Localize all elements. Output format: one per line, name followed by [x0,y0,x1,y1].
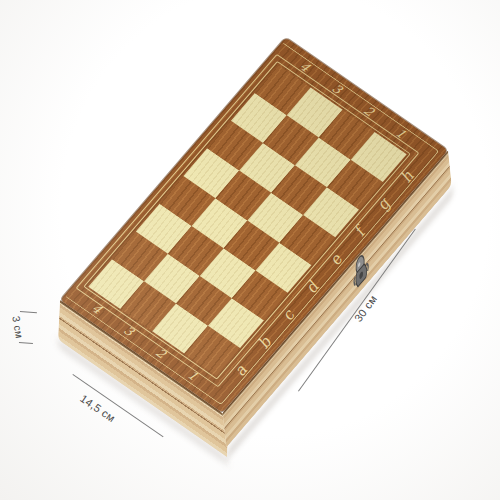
rank-label-left-1: 1 [184,368,200,383]
rank-label-left-2: 2 [152,346,168,361]
rank-label-right-1: 1 [392,126,408,141]
file-label-h: h [396,168,418,186]
file-label-a: a [230,362,251,380]
dimension-height-tick-top [20,311,37,313]
file-label-d: d [301,278,323,296]
file-label-g: g [372,195,394,213]
file-label-f: f [350,224,369,239]
dimension-width-label: 14,5 см [78,392,117,424]
rank-label-right-4: 4 [296,59,312,74]
chessboard-squares [88,65,406,375]
rank-label-left-3: 3 [120,323,136,338]
file-label-c: c [278,306,299,323]
rank-label-right-3: 3 [328,81,344,96]
file-label-b: b [253,334,275,352]
dimension-height-label: 3 см [10,315,26,339]
rank-label-left-4: 4 [88,301,104,316]
file-label-e: e [325,251,346,269]
dimension-height-tick-bottom [19,342,33,344]
rank-label-right-2: 2 [360,103,376,118]
product-photo: abcdefgh 1234 1234 3 см 14,5 см 30 см [0,0,500,500]
